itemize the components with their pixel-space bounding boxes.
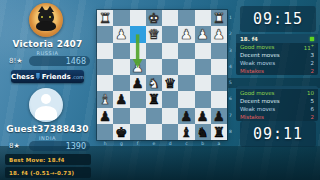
square-g6[interactable]: ♟ <box>113 91 129 107</box>
square-h4[interactable] <box>97 59 113 75</box>
square-d8[interactable] <box>162 124 178 140</box>
square-b8[interactable]: ♞ <box>195 124 211 140</box>
square-e5[interactable]: ♞ <box>146 75 162 91</box>
piece-black-bishop: ♝ <box>180 124 192 140</box>
clock-black: 09:11 <box>253 125 303 143</box>
square-f1[interactable] <box>130 10 146 26</box>
square-b6[interactable] <box>195 91 211 107</box>
square-e8[interactable] <box>146 124 162 140</box>
piece-white-king: ♚ <box>148 10 160 26</box>
square-h3[interactable] <box>97 43 113 59</box>
square-h8[interactable] <box>97 124 113 140</box>
square-d7[interactable] <box>162 108 178 124</box>
stats-row-good: Good moves 11+ <box>236 43 318 51</box>
eval-panel: 18. f4 (-0.51→-0.73) <box>5 167 91 178</box>
piece-white-pawn: ♟ <box>132 59 144 75</box>
square-f7[interactable] <box>130 108 146 124</box>
square-a8[interactable]: ♜ <box>211 124 227 140</box>
square-d6[interactable] <box>162 91 178 107</box>
square-f4[interactable]: ♟ <box>130 59 146 75</box>
square-b1[interactable] <box>195 10 211 26</box>
person-icon <box>41 94 51 104</box>
piece-white-pawn: ♟ <box>213 26 225 42</box>
chessfriends-logo[interactable]: Chess Friends .com <box>11 70 84 83</box>
square-g3[interactable] <box>113 43 129 59</box>
square-c1[interactable] <box>178 10 194 26</box>
square-a3[interactable] <box>211 43 227 59</box>
piece-white-pawn: ♟ <box>115 26 127 42</box>
avatar-black[interactable] <box>29 88 63 122</box>
square-e3[interactable] <box>146 43 162 59</box>
square-a4[interactable] <box>211 59 227 75</box>
rank-labels: 12345678 <box>229 10 236 140</box>
clock-white-panel: 09:15 <box>240 6 316 32</box>
square-h5[interactable] <box>97 75 113 91</box>
square-f3[interactable] <box>130 43 146 59</box>
rating-black: 1390 <box>66 142 86 151</box>
piece-black-pawn: ♟ <box>99 108 111 124</box>
square-e6[interactable]: ♜ <box>146 91 162 107</box>
square-c2[interactable]: ♟ <box>178 26 194 42</box>
square-h2[interactable] <box>97 26 113 42</box>
file-labels: hgfedcba <box>97 141 227 148</box>
square-e7[interactable] <box>146 108 162 124</box>
piece-white-bishop: ♝ <box>99 91 111 107</box>
piece-black-knight: ♞ <box>197 124 209 140</box>
piece-white-pawn: ♟ <box>197 26 209 42</box>
stats-row-good: Good moves10 <box>236 89 318 97</box>
square-g8[interactable]: ♚ <box>113 124 129 140</box>
piece-white-rook: ♜ <box>99 10 111 26</box>
best-move-panel: Best Move: 18.f4 <box>5 154 91 165</box>
eval-text: 18. f4 (-0.51→-0.73) <box>9 170 74 176</box>
square-b3[interactable] <box>195 43 211 59</box>
stats-row-weak: Weak moves2 <box>236 59 318 67</box>
clock-white: 09:15 <box>253 10 303 28</box>
player-name-black[interactable]: Guest37388430 <box>0 124 95 134</box>
medals-white: 8!★ <box>9 57 23 65</box>
piece-black-pawn: ♟ <box>115 91 127 107</box>
square-d4[interactable] <box>162 59 178 75</box>
square-f8[interactable] <box>130 124 146 140</box>
square-c5[interactable] <box>178 75 194 91</box>
square-c3[interactable] <box>178 43 194 59</box>
piece-white-queen: ♛ <box>148 26 160 42</box>
square-a7[interactable]: ♟ <box>211 108 227 124</box>
square-a2[interactable]: ♟ <box>211 26 227 42</box>
stats-row-decent: Decent moves5 <box>236 97 318 105</box>
square-d1[interactable] <box>162 10 178 26</box>
square-g4[interactable] <box>113 59 129 75</box>
piece-black-pawn: ♟ <box>213 108 225 124</box>
square-g7[interactable] <box>113 108 129 124</box>
stats-row-mistakes: Mistakes2 <box>236 113 318 121</box>
avatar-white[interactable] <box>29 3 63 37</box>
square-c7[interactable]: ♟ <box>178 108 194 124</box>
square-f5[interactable]: ♟ <box>130 75 146 91</box>
piece-black-queen: ♛ <box>164 75 176 91</box>
piece-white-rook: ♜ <box>213 10 225 26</box>
square-b4[interactable] <box>195 59 211 75</box>
square-a6[interactable] <box>211 91 227 107</box>
piece-white-knight: ♞ <box>148 75 160 91</box>
stats-row-mistakes: Mistakes2 <box>236 67 318 75</box>
best-move-text: Best Move: 18.f4 <box>9 157 65 163</box>
square-g5[interactable] <box>113 75 129 91</box>
square-e4[interactable] <box>146 59 162 75</box>
square-a1[interactable]: ♜ <box>211 10 227 26</box>
piece-black-pawn: ♟ <box>197 108 209 124</box>
medals-black: 8★ <box>9 142 20 150</box>
square-c6[interactable] <box>178 91 194 107</box>
square-c4[interactable] <box>178 59 194 75</box>
good-move-dot-icon <box>310 37 314 41</box>
square-d5[interactable]: ♛ <box>162 75 178 91</box>
piece-black-pawn: ♟ <box>180 108 192 124</box>
player-name-white[interactable]: Victoria 2407 <box>0 39 95 49</box>
piece-black-rook: ♜ <box>148 91 160 107</box>
square-b7[interactable]: ♟ <box>195 108 211 124</box>
shield-icon <box>36 73 39 80</box>
square-h1[interactable]: ♜ <box>97 10 113 26</box>
square-b2[interactable]: ♟ <box>195 26 211 42</box>
app-window: Victoria 2407 RUSSIA 8!★ 1468 Chess Frie… <box>0 0 320 180</box>
square-e1[interactable]: ♚ <box>146 10 162 26</box>
square-b5[interactable] <box>195 75 211 91</box>
square-h6[interactable]: ♝ <box>97 91 113 107</box>
piece-white-pawn: ♟ <box>180 26 192 42</box>
clock-black-panel: 09:11 <box>240 121 316 147</box>
stats-table-white: 18. f4 Good moves 11+ Decent moves3 Weak… <box>236 34 318 75</box>
square-c8[interactable]: ♝ <box>178 124 194 140</box>
stats-row-decent: Decent moves3 <box>236 51 318 59</box>
square-h7[interactable]: ♟ <box>97 108 113 124</box>
move-header-row: 18. f4 <box>236 34 318 43</box>
piece-black-pawn: ♟ <box>132 75 144 91</box>
move-header: 18. f4 <box>240 36 258 42</box>
rating-white: 1468 <box>66 57 86 66</box>
square-a5[interactable] <box>211 75 227 91</box>
square-d2[interactable] <box>162 26 178 42</box>
piece-black-rook: ♜ <box>213 124 225 140</box>
square-f6[interactable] <box>130 91 146 107</box>
square-e2[interactable]: ♛ <box>146 26 162 42</box>
piece-black-king: ♚ <box>115 124 127 140</box>
square-g2[interactable]: ♟ <box>113 26 129 42</box>
chess-board: ♜♚♜♟♛♟♟♟♟♟♞♛♝♟♜♟♟♟♟♚♝♞♜ <box>97 10 227 140</box>
square-d3[interactable] <box>162 43 178 59</box>
square-g1[interactable] <box>113 10 129 26</box>
stats-row-weak: Weak moves6 <box>236 105 318 113</box>
square-f2[interactable] <box>130 26 146 42</box>
stats-table-black: Good moves10 Decent moves5 Weak moves6 M… <box>236 86 318 121</box>
